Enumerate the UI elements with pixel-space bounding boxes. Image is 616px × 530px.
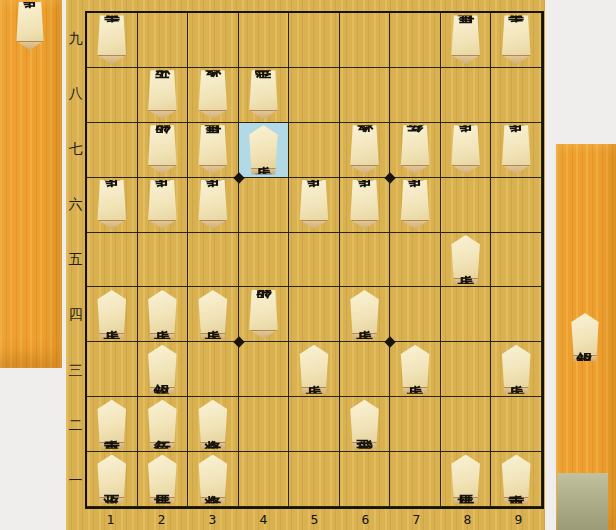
square-3八[interactable]: 金将 [188,68,239,123]
piece-knight-sente[interactable]: 桂馬 [445,15,487,64]
piece-label: 銀将 [141,125,183,174]
piece-label: 歩兵 [293,180,335,229]
piece-label: 桂馬 [445,15,487,64]
file-label-4: 4 [238,509,289,529]
piece-label: 歩兵 [141,290,183,339]
piece-pawn-sente[interactable]: 歩兵 [91,180,133,229]
square-8七[interactable]: 歩兵 [441,123,492,178]
piece-lance-gote[interactable]: 香車 [91,400,133,449]
square-3六[interactable]: 歩兵 [188,178,239,233]
square-5五[interactable] [289,233,340,288]
square-7二[interactable] [390,397,441,452]
piece-label: 歩兵 [495,345,537,394]
rank-label-二: 二 [66,398,85,453]
file-label-1: 1 [85,509,136,529]
square-5二[interactable] [289,397,340,452]
square-2九[interactable] [138,13,189,68]
square-9七[interactable]: 歩兵 [491,123,542,178]
piece-label: 桂馬 [445,455,487,504]
square-3七[interactable]: 桂馬 [188,123,239,178]
rank-label-三: 三 [66,343,85,398]
piece-lance-sente[interactable]: 香車 [91,15,133,64]
square-3三[interactable] [188,342,239,397]
square-1二[interactable]: 香車 [87,397,138,452]
square-2二[interactable]: 角行 [138,397,189,452]
piece-label: 歩兵 [344,180,386,229]
file-label-8: 8 [442,509,493,529]
piece-label: 玉将 [141,70,183,119]
rank-label-六: 六 [66,177,85,232]
square-5一[interactable] [289,452,340,507]
square-8八[interactable] [441,68,492,123]
rank-label-九: 九 [66,11,85,66]
piece-label: 桂馬 [192,125,234,174]
piece-label: 歩兵 [445,235,487,284]
piece-gold-sente[interactable]: 金将 [192,70,234,119]
piece-label: 香車 [91,400,133,449]
square-4二[interactable] [239,397,290,452]
bottom-right-panel [557,473,608,530]
rank-label-四: 四 [66,288,85,343]
square-2三[interactable]: 銀将 [138,342,189,397]
piece-label: 歩兵 [91,290,133,339]
square-5九[interactable] [289,13,340,68]
square-5七[interactable] [289,123,340,178]
square-9六[interactable] [491,178,542,233]
square-1四[interactable]: 歩兵 [87,287,138,342]
piece-pawn-gote[interactable]: 歩兵 [394,345,436,394]
square-6八[interactable] [340,68,391,123]
square-6六[interactable]: 歩兵 [340,178,391,233]
piece-label: 歩兵 [242,125,284,174]
square-4一[interactable] [239,452,290,507]
piece-label: 角行 [141,400,183,449]
square-2四[interactable]: 歩兵 [138,287,189,342]
square-7九[interactable] [390,13,441,68]
piece-pawn-gote[interactable]: 歩兵 [495,345,537,394]
square-1八[interactable] [87,68,138,123]
square-9九[interactable]: 香車 [491,13,542,68]
square-1一[interactable]: 王将 [87,452,138,507]
square-5八[interactable] [289,68,340,123]
square-7四[interactable] [390,287,441,342]
square-2五[interactable] [138,233,189,288]
square-1三[interactable] [87,342,138,397]
file-label-7: 7 [391,509,442,529]
piece-pawn-sente[interactable]: 歩兵 [10,2,50,50]
square-2八[interactable]: 玉将 [138,68,189,123]
piece-label: 金将 [192,455,234,504]
piece-label: 角行 [394,125,436,174]
square-1六[interactable]: 歩兵 [87,178,138,233]
square-6七[interactable]: 金将 [340,123,391,178]
square-4八[interactable]: 飛車 [239,68,290,123]
piece-gold-gote[interactable]: 金将 [192,400,234,449]
square-2一[interactable]: 桂馬 [138,452,189,507]
piece-knight-sente[interactable]: 桂馬 [192,125,234,174]
piece-pawn-gote[interactable]: 歩兵 [141,290,183,339]
square-4五[interactable] [239,233,290,288]
piece-pawn-sente[interactable]: 歩兵 [445,125,487,174]
square-3二[interactable]: 金将 [188,397,239,452]
rank-label-五: 五 [66,232,85,287]
piece-label: 香車 [495,455,537,504]
square-6九[interactable] [340,13,391,68]
piece-label: 銀将 [242,290,284,339]
square-4三[interactable] [239,342,290,397]
piece-label: 王将 [91,455,133,504]
piece-label: 歩兵 [10,2,50,50]
square-7五[interactable] [390,233,441,288]
square-9三[interactable]: 歩兵 [491,342,542,397]
shogi-board: 九八七六五四三二一 香車桂馬香車玉将金将飛車銀将桂馬歩兵金将角行歩兵歩兵歩兵歩兵… [66,0,545,530]
piece-label: 歩兵 [344,290,386,339]
rank-label-七: 七 [66,122,85,177]
square-6一[interactable] [340,452,391,507]
file-label-5: 5 [289,509,340,529]
piece-label: 歩兵 [192,290,234,339]
piece-label: 歩兵 [495,125,537,174]
piece-pawn-sente[interactable]: 歩兵 [293,180,335,229]
board-grid: 香車桂馬香車玉将金将飛車銀将桂馬歩兵金将角行歩兵歩兵歩兵歩兵歩兵歩兵歩兵歩兵歩兵… [85,11,544,509]
piece-silver-gote[interactable]: 銀将 [565,313,605,361]
square-7八[interactable] [390,68,441,123]
square-4九[interactable] [239,13,290,68]
piece-label: 歩兵 [394,345,436,394]
square-3五[interactable] [188,233,239,288]
rank-label-八: 八 [66,66,85,121]
square-5四[interactable] [289,287,340,342]
piece-label: 歩兵 [141,180,183,229]
square-5六[interactable]: 歩兵 [289,178,340,233]
piece-gold-sente[interactable]: 金将 [344,125,386,174]
square-8六[interactable] [441,178,492,233]
square-1七[interactable] [87,123,138,178]
square-3四[interactable]: 歩兵 [188,287,239,342]
piece-label: 飛車 [344,400,386,449]
file-label-2: 2 [136,509,187,529]
piece-pawn-gote[interactable]: 歩兵 [344,290,386,339]
square-3九[interactable] [188,13,239,68]
piece-label: 歩兵 [192,180,234,229]
square-8九[interactable]: 桂馬 [441,13,492,68]
piece-silver-sente[interactable]: 銀将 [141,125,183,174]
piece-gold-gote[interactable]: 金将 [192,455,234,504]
square-7三[interactable]: 歩兵 [390,342,441,397]
piece-label: 金将 [344,125,386,174]
piece-rook-sente[interactable]: 飛車 [242,70,284,119]
piece-pawn-sente[interactable]: 歩兵 [344,180,386,229]
file-label-9: 9 [493,509,544,529]
file-label-3: 3 [187,509,238,529]
piece-pawn-sente[interactable]: 歩兵 [495,125,537,174]
square-2六[interactable]: 歩兵 [138,178,189,233]
square-7六[interactable]: 歩兵 [390,178,441,233]
square-8四[interactable] [441,287,492,342]
piece-label: 歩兵 [293,345,335,394]
square-4六[interactable] [239,178,290,233]
square-7七[interactable]: 角行 [390,123,441,178]
piece-pawn-gote[interactable]: 歩兵 [242,125,284,174]
square-1九[interactable]: 香車 [87,13,138,68]
piece-pawn-sente[interactable]: 歩兵 [394,180,436,229]
piece-pawn-gote[interactable]: 歩兵 [192,290,234,339]
piece-label: 桂馬 [141,455,183,504]
square-9五[interactable] [491,233,542,288]
piece-silver-sente[interactable]: 銀将 [242,290,284,339]
square-8一[interactable]: 桂馬 [441,452,492,507]
piece-pawn-gote[interactable]: 歩兵 [293,345,335,394]
square-9八[interactable] [491,68,542,123]
square-6五[interactable] [340,233,391,288]
rank-label-一: 一 [66,454,85,509]
square-8二[interactable] [441,397,492,452]
file-label-6: 6 [340,509,391,529]
piece-pawn-sente[interactable]: 歩兵 [192,180,234,229]
piece-bishop-gote[interactable]: 角行 [141,400,183,449]
piece-pawn-gote[interactable]: 歩兵 [91,290,133,339]
piece-lance-gote[interactable]: 香車 [495,455,537,504]
piece-silver-gote[interactable]: 銀将 [141,345,183,394]
piece-label: 銀将 [565,313,605,361]
file-labels: 123456789 [85,509,544,529]
rank-labels: 九八七六五四三二一 [66,11,85,509]
piece-label: 銀将 [141,345,183,394]
piece-pawn-gote[interactable]: 歩兵 [445,235,487,284]
square-4四[interactable]: 銀将 [239,287,290,342]
piece-knight-gote[interactable]: 桂馬 [445,455,487,504]
piece-king-ou-gote[interactable]: 王将 [91,455,133,504]
piece-label: 金将 [192,400,234,449]
square-1五[interactable] [87,233,138,288]
piece-lance-sente[interactable]: 香車 [495,15,537,64]
piece-king-gyoku-sente[interactable]: 玉将 [141,70,183,119]
piece-knight-gote[interactable]: 桂馬 [141,455,183,504]
piece-label: 香車 [91,15,133,64]
piece-label: 歩兵 [394,180,436,229]
square-9二[interactable] [491,397,542,452]
square-6二[interactable]: 飛車 [340,397,391,452]
square-9四[interactable] [491,287,542,342]
square-8五[interactable]: 歩兵 [441,233,492,288]
square-7一[interactable] [390,452,441,507]
square-9一[interactable]: 香車 [491,452,542,507]
sente-komadai: 歩兵 [0,0,62,368]
piece-bishop-sente[interactable]: 角行 [394,125,436,174]
piece-label: 金将 [192,70,234,119]
piece-pawn-sente[interactable]: 歩兵 [141,180,183,229]
piece-rook-gote[interactable]: 飛車 [344,400,386,449]
square-6四[interactable]: 歩兵 [340,287,391,342]
square-6三[interactable] [340,342,391,397]
shogi-app: 歩兵 九八七六五四三二一 香車桂馬香車玉将金将飛車銀将桂馬歩兵金将角行歩兵歩兵歩… [0,0,616,530]
square-4七[interactable]: 歩兵 [239,123,290,178]
piece-label: 歩兵 [91,180,133,229]
square-2七[interactable]: 銀将 [138,123,189,178]
piece-label: 歩兵 [445,125,487,174]
piece-label: 香車 [495,15,537,64]
square-3一[interactable]: 金将 [188,452,239,507]
square-5三[interactable]: 歩兵 [289,342,340,397]
square-8三[interactable] [441,342,492,397]
piece-label: 飛車 [242,70,284,119]
